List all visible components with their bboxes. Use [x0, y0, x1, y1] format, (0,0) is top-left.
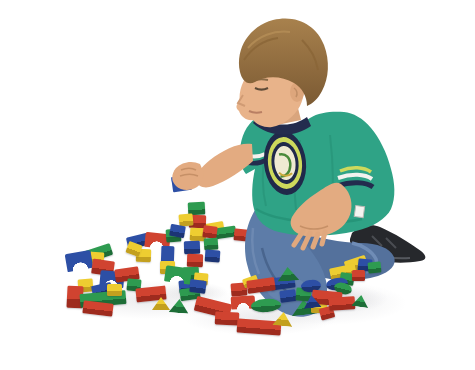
block-red-cube: [352, 270, 365, 281]
blocks-layer-front: [0, 0, 475, 370]
block-blue-cube: [169, 224, 186, 238]
block-red-cube: [187, 254, 203, 268]
block-red-rect: [246, 277, 276, 294]
block-blue-cube: [184, 241, 200, 255]
block-blue-cube: [279, 289, 297, 303]
block-blue-cube: [189, 279, 207, 294]
block-yellow-tri: [272, 311, 293, 327]
block-green-tri: [277, 266, 300, 282]
block-blue-cube: [205, 249, 221, 262]
product-photo: [0, 0, 475, 370]
block-red-rect: [329, 296, 356, 311]
block-red-rect: [82, 300, 113, 317]
block-red-rect: [237, 318, 282, 335]
block-green-cyl: [251, 298, 282, 313]
block-green-arch: [164, 265, 192, 284]
block-blue-arch: [65, 250, 94, 272]
block-green-tri: [169, 298, 190, 313]
block-green-cube: [368, 261, 382, 273]
block-yellow-cube: [107, 284, 122, 296]
block-red-rect: [215, 311, 240, 325]
